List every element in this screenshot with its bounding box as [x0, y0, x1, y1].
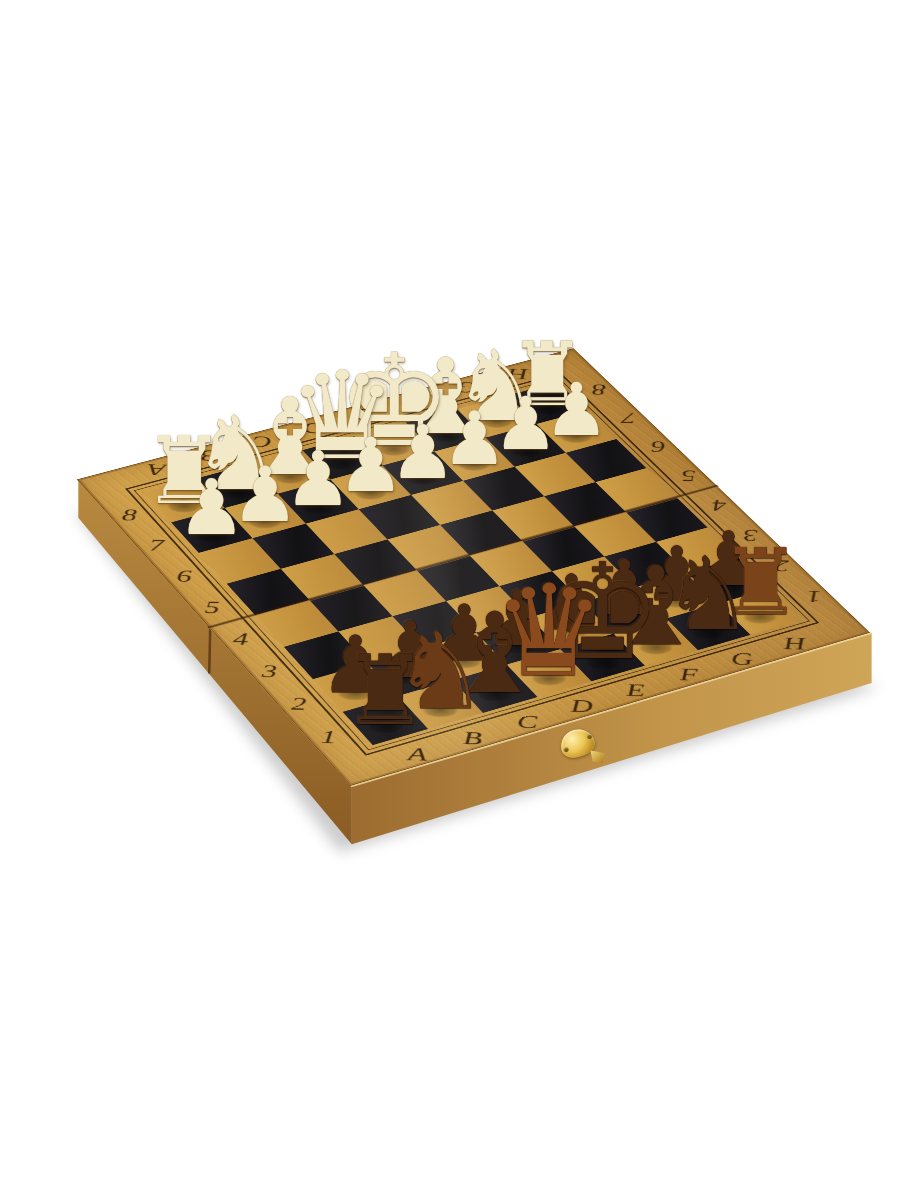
piece-white-pawn-a7[interactable]: ♟: [177, 470, 246, 547]
chess-set-photo: AA88BB77CC66DD55EE44FF33GG22HH11 ♜♞♝♛♚♝♞…: [0, 0, 900, 1200]
rank-label-left-6: 6: [176, 566, 192, 586]
hinge-seam-side: [209, 628, 210, 674]
file-label-bottom-a: A: [407, 744, 427, 765]
rank-label-right-5: 5: [680, 466, 696, 485]
rank-label-right-4: 4: [711, 495, 728, 514]
rank-label-left-5: 5: [204, 597, 220, 617]
rank-label-left-4: 4: [233, 629, 249, 649]
piece-dark-rook-a1[interactable]: ♜: [342, 642, 429, 739]
rank-label-left-3: 3: [262, 661, 277, 682]
file-label-bottom-h: H: [782, 634, 806, 654]
rank-label-left-7: 7: [149, 536, 165, 555]
rank-label-left-2: 2: [291, 693, 306, 714]
rank-label-right-6: 6: [650, 437, 666, 455]
rank-label-left-8: 8: [121, 505, 137, 524]
rank-label-left-1: 1: [320, 726, 336, 747]
rank-label-right-1: 1: [805, 586, 822, 606]
rank-label-right-7: 7: [620, 408, 636, 426]
